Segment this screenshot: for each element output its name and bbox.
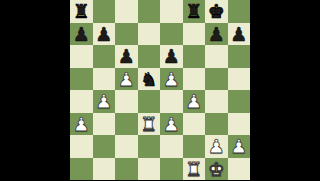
square-g1[interactable]: ♚ — [205, 158, 228, 181]
square-h5[interactable] — [228, 68, 251, 91]
piece-black-pawn-b7[interactable]: ♟ — [93, 23, 116, 46]
square-h1[interactable] — [228, 158, 251, 181]
square-f3[interactable] — [183, 113, 206, 136]
square-h6[interactable] — [228, 45, 251, 68]
square-e4[interactable] — [160, 90, 183, 113]
square-e3[interactable]: ♟ — [160, 113, 183, 136]
square-h2[interactable]: ♟ — [228, 135, 251, 158]
square-f5[interactable] — [183, 68, 206, 91]
square-a2[interactable] — [70, 135, 93, 158]
square-c3[interactable] — [115, 113, 138, 136]
square-a7[interactable]: ♟ — [70, 23, 93, 46]
square-h4[interactable] — [228, 90, 251, 113]
square-b8[interactable] — [93, 0, 116, 23]
square-f8[interactable]: ♜ — [183, 0, 206, 23]
piece-black-rook-f8[interactable]: ♜ — [183, 0, 206, 23]
square-c2[interactable] — [115, 135, 138, 158]
piece-white-king-g1[interactable]: ♚ — [205, 158, 228, 181]
piece-black-pawn-c6[interactable]: ♟ — [115, 45, 138, 68]
piece-black-pawn-h7[interactable]: ♟ — [228, 23, 251, 46]
square-e1[interactable] — [160, 158, 183, 181]
square-g7[interactable]: ♟ — [205, 23, 228, 46]
square-e6[interactable]: ♟ — [160, 45, 183, 68]
square-h3[interactable] — [228, 113, 251, 136]
square-f2[interactable] — [183, 135, 206, 158]
piece-white-pawn-h2[interactable]: ♟ — [228, 135, 251, 158]
square-g5[interactable] — [205, 68, 228, 91]
square-a5[interactable] — [70, 68, 93, 91]
square-a6[interactable] — [70, 45, 93, 68]
chess-board: ♜♜♚♟♟♟♟♟♟♟♞♟♟♟♟♜♟♟♟♜♚ — [70, 0, 250, 180]
square-d1[interactable] — [138, 158, 161, 181]
square-a8[interactable]: ♜ — [70, 0, 93, 23]
square-f7[interactable] — [183, 23, 206, 46]
square-g8[interactable]: ♚ — [205, 0, 228, 23]
piece-white-pawn-c5[interactable]: ♟ — [115, 68, 138, 91]
square-d8[interactable] — [138, 0, 161, 23]
square-c6[interactable]: ♟ — [115, 45, 138, 68]
square-g3[interactable] — [205, 113, 228, 136]
square-b6[interactable] — [93, 45, 116, 68]
piece-white-pawn-b4[interactable]: ♟ — [93, 90, 116, 113]
square-c8[interactable] — [115, 0, 138, 23]
square-a1[interactable] — [70, 158, 93, 181]
app-background: ♜♜♚♟♟♟♟♟♟♟♞♟♟♟♟♜♟♟♟♜♚ — [0, 0, 320, 180]
square-d6[interactable] — [138, 45, 161, 68]
square-c1[interactable] — [115, 158, 138, 181]
square-g4[interactable] — [205, 90, 228, 113]
square-h7[interactable]: ♟ — [228, 23, 251, 46]
piece-white-pawn-e3[interactable]: ♟ — [160, 113, 183, 136]
piece-black-pawn-g7[interactable]: ♟ — [205, 23, 228, 46]
square-d2[interactable] — [138, 135, 161, 158]
square-f6[interactable] — [183, 45, 206, 68]
piece-white-pawn-f4[interactable]: ♟ — [183, 90, 206, 113]
square-a4[interactable] — [70, 90, 93, 113]
piece-black-pawn-a7[interactable]: ♟ — [70, 23, 93, 46]
square-d7[interactable] — [138, 23, 161, 46]
piece-white-rook-d3[interactable]: ♜ — [138, 113, 161, 136]
square-b3[interactable] — [93, 113, 116, 136]
square-b2[interactable] — [93, 135, 116, 158]
piece-black-knight-d5[interactable]: ♞ — [138, 68, 161, 91]
square-b1[interactable] — [93, 158, 116, 181]
square-h8[interactable] — [228, 0, 251, 23]
square-f1[interactable]: ♜ — [183, 158, 206, 181]
square-b4[interactable]: ♟ — [93, 90, 116, 113]
square-c4[interactable] — [115, 90, 138, 113]
square-g2[interactable]: ♟ — [205, 135, 228, 158]
piece-white-pawn-e5[interactable]: ♟ — [160, 68, 183, 91]
piece-white-pawn-a3[interactable]: ♟ — [70, 113, 93, 136]
square-b7[interactable]: ♟ — [93, 23, 116, 46]
square-a3[interactable]: ♟ — [70, 113, 93, 136]
piece-white-pawn-g2[interactable]: ♟ — [205, 135, 228, 158]
square-c5[interactable]: ♟ — [115, 68, 138, 91]
square-d4[interactable] — [138, 90, 161, 113]
square-d3[interactable]: ♜ — [138, 113, 161, 136]
square-g6[interactable] — [205, 45, 228, 68]
square-e7[interactable] — [160, 23, 183, 46]
square-d5[interactable]: ♞ — [138, 68, 161, 91]
piece-black-rook-a8[interactable]: ♜ — [70, 0, 93, 23]
piece-black-pawn-e6[interactable]: ♟ — [160, 45, 183, 68]
square-b5[interactable] — [93, 68, 116, 91]
square-e5[interactable]: ♟ — [160, 68, 183, 91]
piece-white-rook-f1[interactable]: ♜ — [183, 158, 206, 181]
square-e8[interactable] — [160, 0, 183, 23]
square-f4[interactable]: ♟ — [183, 90, 206, 113]
square-e2[interactable] — [160, 135, 183, 158]
square-c7[interactable] — [115, 23, 138, 46]
piece-black-king-g8[interactable]: ♚ — [205, 0, 228, 23]
